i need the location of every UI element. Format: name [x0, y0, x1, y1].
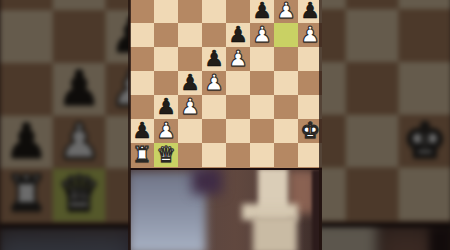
square-f4[interactable] — [250, 71, 274, 95]
square-h2: ♚ — [399, 115, 450, 168]
square-f1 — [322, 168, 346, 221]
square-e2[interactable] — [226, 119, 250, 143]
black-pawn-a2[interactable]: ♟ — [132, 119, 152, 143]
white-pawn-h6[interactable]: ♟ — [300, 23, 320, 47]
video-blur-right-edge — [429, 227, 450, 250]
chess-board: ♟♟♟♟♟♟♟♟♟♟♟♟♟♟♚♜♛ — [322, 0, 450, 220]
square-b1: ♛ — [53, 169, 106, 222]
chess-board-viewport: ♟♟♟♟♟♟♟♟♟♟♟♟♟♟♚♜♛ — [322, 0, 450, 223]
video-center-column: ♟♟♟♟♟♟♟♟♟♟♟♟♟♟♚♜♛ — [130, 0, 322, 250]
square-g1[interactable] — [274, 143, 298, 167]
square-c1 — [106, 169, 130, 222]
white-pawn-d4[interactable]: ♟ — [204, 71, 224, 95]
square-f5 — [322, 0, 346, 9]
square-h3 — [399, 62, 450, 115]
square-e6[interactable]: ♟ — [226, 23, 250, 47]
square-g2[interactable] — [274, 119, 298, 143]
square-c3[interactable]: ♟ — [178, 95, 202, 119]
black-pawn-d5[interactable]: ♟ — [204, 47, 224, 71]
square-g3 — [346, 62, 399, 115]
square-d1[interactable] — [202, 143, 226, 167]
video-blur-piece-base — [253, 216, 297, 250]
white-pawn-f6[interactable]: ♟ — [252, 23, 272, 47]
square-a2: ♟ — [0, 116, 53, 169]
square-h1 — [399, 168, 450, 221]
square-c4: ♟ — [106, 10, 130, 63]
square-b4 — [53, 10, 106, 63]
square-c6[interactable] — [178, 23, 202, 47]
square-g1 — [346, 168, 399, 221]
white-queen-b1[interactable]: ♛ — [156, 143, 176, 167]
square-f3[interactable] — [250, 95, 274, 119]
square-c3: ♟ — [106, 63, 130, 116]
white-pawn-c3[interactable]: ♟ — [180, 95, 200, 119]
blurred-board-copy-right: ♟♟♟♟♟♟♟♟♟♟♟♟♟♟♚♜♛ — [322, 0, 450, 250]
square-b3[interactable]: ♟ — [154, 95, 178, 119]
video-frame-below-board — [322, 223, 450, 250]
square-c2 — [106, 116, 130, 169]
white-pawn-g7[interactable]: ♟ — [276, 0, 296, 23]
square-f7[interactable]: ♟ — [250, 0, 274, 23]
square-g6[interactable] — [274, 23, 298, 47]
video-blur-piece-stem — [322, 223, 377, 250]
square-b6[interactable] — [154, 23, 178, 47]
square-g4 — [346, 9, 399, 62]
black-pawn-e6[interactable]: ♟ — [228, 23, 248, 47]
square-c1[interactable] — [178, 143, 202, 167]
square-e1[interactable] — [226, 143, 250, 167]
square-h4 — [399, 9, 450, 62]
board-right-edge-seam — [319, 0, 322, 250]
square-g4[interactable] — [274, 71, 298, 95]
square-a3[interactable] — [130, 95, 154, 119]
blurred-board-copy-left-slot: ♟♟♟♟♟♟♟♟♟♟♟♟♟♟♚♜♛ — [0, 0, 130, 250]
square-a6[interactable] — [130, 23, 154, 47]
square-a5 — [0, 0, 53, 10]
square-b5 — [53, 0, 106, 10]
chess-board: ♟♟♟♟♟♟♟♟♟♟♟♟♟♟♚♜♛ — [0, 0, 130, 221]
square-e7[interactable] — [226, 0, 250, 23]
video-frame-below-board — [0, 224, 130, 250]
square-d4[interactable]: ♟ — [202, 71, 226, 95]
square-d6[interactable] — [202, 23, 226, 47]
square-a5[interactable] — [130, 47, 154, 71]
square-a2[interactable]: ♟ — [130, 119, 154, 143]
black-pawn-c4[interactable]: ♟ — [180, 71, 200, 95]
square-f2[interactable] — [250, 119, 274, 143]
square-c5[interactable] — [178, 47, 202, 71]
video-frame-below-board — [130, 168, 322, 250]
square-g5 — [346, 0, 399, 9]
square-a1[interactable]: ♜ — [130, 143, 154, 167]
chess-board[interactable]: ♟♟♟♟♟♟♟♟♟♟♟♟♟♟♚♜♛ — [130, 0, 322, 167]
white-king-h2[interactable]: ♚ — [300, 119, 320, 143]
square-b5[interactable] — [154, 47, 178, 71]
square-e5[interactable]: ♟ — [226, 47, 250, 71]
square-g7[interactable]: ♟ — [274, 0, 298, 23]
chess-board-viewport: ♟♟♟♟♟♟♟♟♟♟♟♟♟♟♚♜♛ — [130, 0, 322, 168]
white-rook-a1[interactable]: ♜ — [132, 143, 152, 167]
black-pawn-h7[interactable]: ♟ — [300, 0, 320, 23]
video-blur-person — [0, 232, 130, 250]
square-b2[interactable]: ♟ — [154, 119, 178, 143]
square-d7[interactable] — [202, 0, 226, 23]
square-b4[interactable] — [154, 71, 178, 95]
square-f3 — [322, 62, 346, 115]
square-c2[interactable] — [178, 119, 202, 143]
square-b2: ♟ — [53, 116, 106, 169]
shorts-video-frame: ♟♟♟♟♟♟♟♟♟♟♟♟♟♟♚♜♛ ♟♟♟♟♟♟♟♟♟♟♟♟♟♟♚♜♛ — [0, 0, 450, 250]
white-pawn-b2: ♟ — [57, 116, 100, 169]
white-queen-b1: ♛ — [57, 169, 100, 222]
black-pawn-b3: ♟ — [57, 63, 100, 116]
blurred-backdrop-right: ♟♟♟♟♟♟♟♟♟♟♟♟♟♟♚♜♛ — [322, 0, 450, 250]
square-b7[interactable] — [154, 0, 178, 23]
square-a4[interactable] — [130, 71, 154, 95]
square-a1: ♜ — [0, 169, 53, 222]
square-b3: ♟ — [53, 63, 106, 116]
video-blur-dark-spot — [192, 168, 222, 194]
square-g5[interactable] — [274, 47, 298, 71]
white-king-h2: ♚ — [403, 115, 446, 168]
blurred-backdrop-left: ♟♟♟♟♟♟♟♟♟♟♟♟♟♟♚♜♛ — [0, 0, 130, 250]
black-pawn-a2: ♟ — [5, 116, 48, 169]
blurred-board-copy-left: ♟♟♟♟♟♟♟♟♟♟♟♟♟♟♚♜♛ — [0, 0, 130, 250]
square-a4 — [0, 10, 53, 63]
white-pawn-e5[interactable]: ♟ — [228, 47, 248, 71]
square-e3[interactable] — [226, 95, 250, 119]
square-c7[interactable] — [178, 0, 202, 23]
square-f4 — [322, 9, 346, 62]
white-rook-a1: ♜ — [5, 169, 48, 222]
square-g2 — [346, 115, 399, 168]
square-f6[interactable]: ♟ — [250, 23, 274, 47]
white-pawn-b2[interactable]: ♟ — [156, 119, 176, 143]
square-f5[interactable] — [250, 47, 274, 71]
square-f1[interactable] — [250, 143, 274, 167]
black-pawn-b3[interactable]: ♟ — [156, 95, 176, 119]
chess-board-viewport: ♟♟♟♟♟♟♟♟♟♟♟♟♟♟♚♜♛ — [0, 0, 130, 224]
square-d5[interactable]: ♟ — [202, 47, 226, 71]
square-g3[interactable] — [274, 95, 298, 119]
square-d3[interactable] — [202, 95, 226, 119]
blurred-board-copy-right-slot: ♟♟♟♟♟♟♟♟♟♟♟♟♟♟♚♜♛ — [322, 0, 450, 250]
square-f2 — [322, 115, 346, 168]
black-pawn-f7[interactable]: ♟ — [252, 0, 272, 23]
square-a7[interactable] — [130, 0, 154, 23]
square-a3 — [0, 63, 53, 116]
square-b1[interactable]: ♛ — [154, 143, 178, 167]
square-h5 — [399, 0, 450, 9]
square-c4[interactable]: ♟ — [178, 71, 202, 95]
square-e4[interactable] — [226, 71, 250, 95]
board-left-edge-seam — [128, 0, 131, 250]
square-d2[interactable] — [202, 119, 226, 143]
